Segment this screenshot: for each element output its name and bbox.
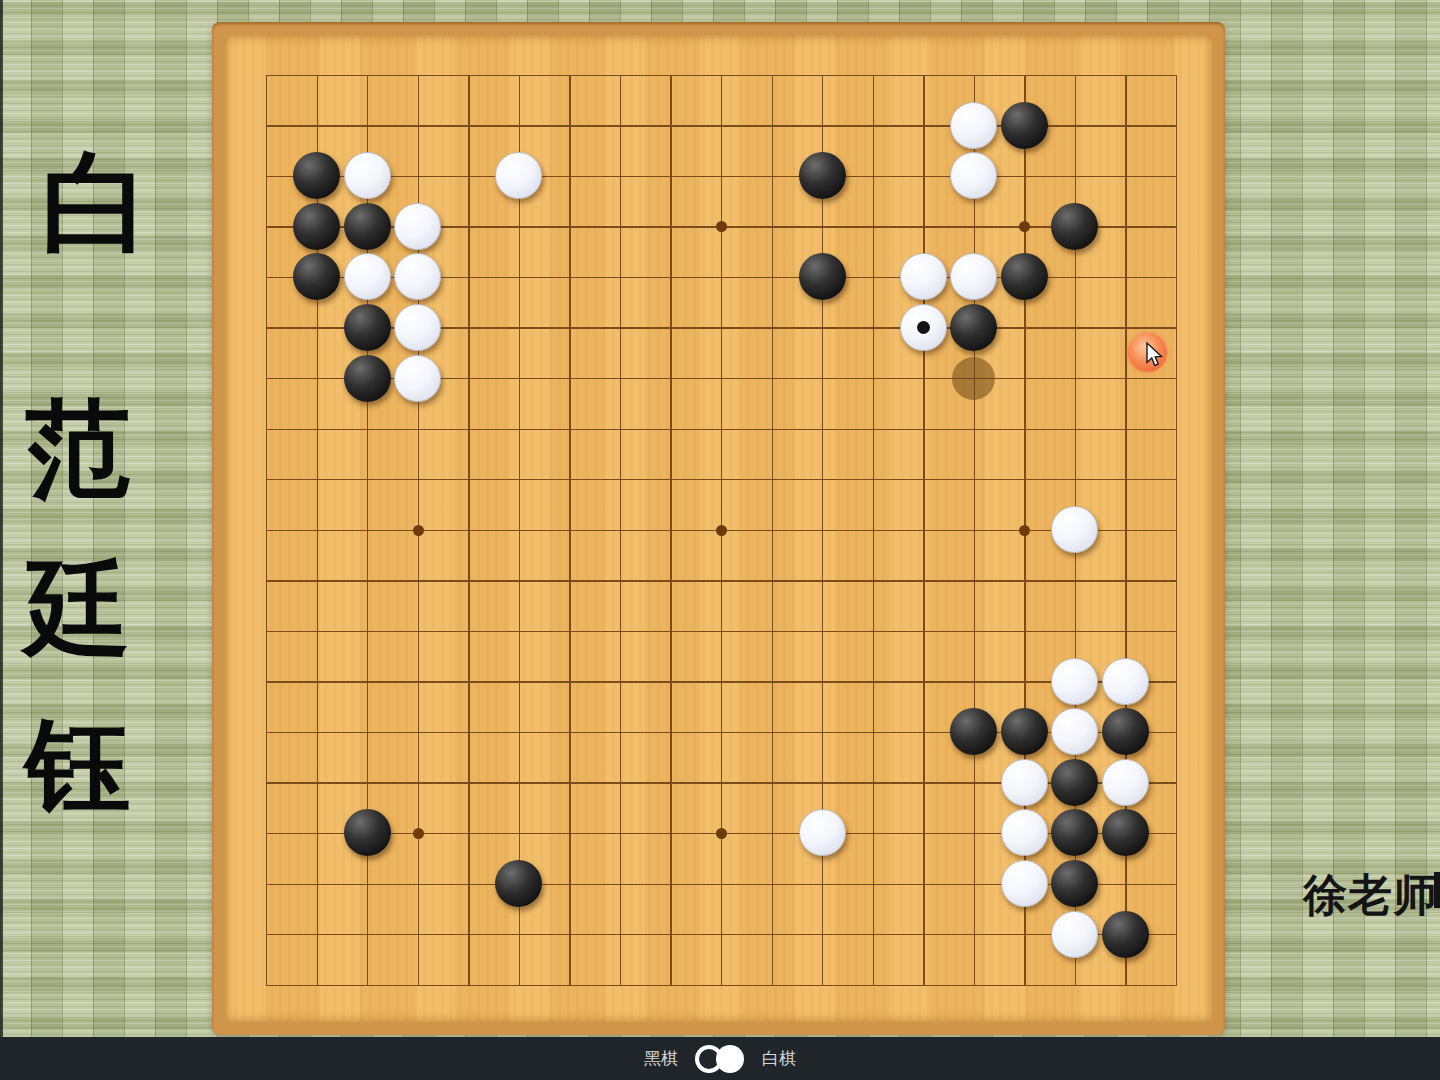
- stone-white: [799, 809, 846, 856]
- grid-line-v: [974, 75, 975, 986]
- stone-black: [1051, 860, 1098, 907]
- stone-white: [1051, 911, 1098, 958]
- stone-white: [1001, 809, 1048, 856]
- player-color-label: 白: [38, 148, 154, 258]
- stone-white: [1051, 658, 1098, 705]
- stone-white: [1001, 860, 1048, 907]
- stone-black: [1001, 708, 1048, 755]
- white-stones-label: 白棋: [762, 1047, 796, 1070]
- bottom-bar: 黑棋 白棋: [0, 1037, 1440, 1080]
- stone-black: [1102, 708, 1149, 755]
- stone-white: [1102, 759, 1149, 806]
- grid-line-v: [923, 75, 924, 986]
- star-point: [1019, 525, 1030, 536]
- stone-black: [495, 860, 542, 907]
- stone-black: [293, 203, 340, 250]
- color-toggle-switch[interactable]: [695, 1044, 745, 1074]
- grid-line-h: [266, 934, 1177, 935]
- stone-white: [1102, 658, 1149, 705]
- app-root: { "game": "go", "board": { "size": 19, "…: [0, 0, 1440, 1080]
- stone-black: [799, 253, 846, 300]
- stone-black: [293, 152, 340, 199]
- stone-white: [1001, 759, 1048, 806]
- stone-black: [1051, 759, 1098, 806]
- go-board[interactable]: [212, 22, 1225, 1035]
- stone-black: [1051, 203, 1098, 250]
- black-stones-label: 黑棋: [644, 1047, 678, 1070]
- stone-white: [900, 253, 947, 300]
- stone-white: [344, 253, 391, 300]
- stone-black: [1001, 102, 1048, 149]
- grid-line-h: [266, 681, 1177, 682]
- player-name-char-1: 范: [23, 396, 133, 501]
- stone-white: [394, 304, 441, 351]
- player-name-char-3: 钰: [23, 714, 133, 819]
- stone-white: [394, 355, 441, 402]
- stone-black: [1102, 911, 1149, 958]
- stone-black: [344, 355, 391, 402]
- window-left-edge: [0, 0, 3, 1080]
- hover-stone-preview: [952, 357, 995, 400]
- stone-white: [394, 203, 441, 250]
- stone-black: [344, 203, 391, 250]
- watermark-text: 徐老师: [1303, 866, 1438, 925]
- star-point: [716, 525, 727, 536]
- toggle-knob-icon: [716, 1045, 744, 1073]
- grid-line-h: [266, 985, 1177, 986]
- stone-black: [950, 304, 997, 351]
- stone-white: [950, 102, 997, 149]
- last-move-marker: [917, 321, 930, 334]
- clipped-character-fragment: [1434, 872, 1440, 908]
- star-point: [413, 525, 424, 536]
- grid-line-v: [772, 75, 773, 986]
- star-point: [413, 828, 424, 839]
- player-name-char-2: 廷: [23, 556, 133, 661]
- grid-line-v: [1176, 75, 1177, 986]
- grid-line-h: [266, 580, 1177, 581]
- star-point: [716, 828, 727, 839]
- mouse-cursor-icon: [1141, 341, 1167, 373]
- grid-line-v: [873, 75, 874, 986]
- stone-black: [344, 809, 391, 856]
- stone-black: [1001, 253, 1048, 300]
- stone-black: [344, 304, 391, 351]
- grid-line-h: [266, 631, 1177, 632]
- stone-black: [1102, 809, 1149, 856]
- stone-black: [799, 152, 846, 199]
- stone-white: [344, 152, 391, 199]
